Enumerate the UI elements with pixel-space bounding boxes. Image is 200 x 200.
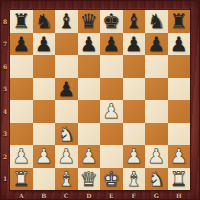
piece-white-pawn[interactable]: ♟ [80, 146, 98, 166]
square-e8[interactable]: ♚ [100, 10, 123, 33]
file-label-b: B [33, 190, 56, 200]
square-g7[interactable]: ♟ [145, 33, 168, 56]
piece-white-pawn[interactable]: ♟ [57, 146, 75, 166]
square-a5[interactable] [10, 78, 33, 101]
rank-label-8: 8 [0, 10, 10, 33]
square-b2[interactable]: ♟ [33, 145, 56, 168]
square-b6[interactable] [33, 55, 56, 78]
file-label-h: H [168, 190, 191, 200]
square-d5[interactable] [78, 78, 101, 101]
piece-white-pawn[interactable]: ♟ [102, 101, 120, 121]
piece-black-pawn[interactable]: ♟ [57, 78, 75, 98]
rank-label-2: 2 [0, 145, 10, 168]
square-d4[interactable] [78, 100, 101, 123]
piece-white-pawn[interactable]: ♟ [147, 146, 165, 166]
square-c5[interactable]: ♟ [55, 78, 78, 101]
square-c4[interactable] [55, 100, 78, 123]
square-h6[interactable] [168, 55, 191, 78]
piece-black-bishop[interactable]: ♝ [125, 11, 143, 31]
piece-white-pawn[interactable]: ♟ [125, 146, 143, 166]
piece-black-bishop[interactable]: ♝ [57, 11, 75, 31]
piece-white-pawn[interactable]: ♟ [35, 146, 53, 166]
piece-black-knight[interactable]: ♞ [147, 11, 165, 31]
file-label-f: F [123, 190, 146, 200]
square-g5[interactable] [145, 78, 168, 101]
square-d6[interactable] [78, 55, 101, 78]
square-e5[interactable] [100, 78, 123, 101]
square-h4[interactable] [168, 100, 191, 123]
square-f3[interactable] [123, 123, 146, 146]
square-h5[interactable] [168, 78, 191, 101]
square-b1[interactable] [33, 168, 56, 191]
rank-coordinates: 87654321 [0, 10, 10, 190]
square-e7[interactable]: ♟ [100, 33, 123, 56]
square-d8[interactable]: ♛ [78, 10, 101, 33]
rank-label-3: 3 [0, 123, 10, 146]
file-label-d: D [78, 190, 101, 200]
square-b7[interactable]: ♟ [33, 33, 56, 56]
file-coordinates: ABCDEFGH [10, 190, 190, 200]
piece-black-rook[interactable]: ♜ [170, 11, 188, 31]
piece-white-pawn[interactable]: ♟ [170, 146, 188, 166]
square-f1[interactable]: ♝ [123, 168, 146, 191]
square-a8[interactable]: ♜ [10, 10, 33, 33]
square-b4[interactable] [33, 100, 56, 123]
piece-white-knight[interactable]: ♞ [147, 168, 165, 188]
square-e1[interactable]: ♚ [100, 168, 123, 191]
square-a7[interactable]: ♟ [10, 33, 33, 56]
rank-label-7: 7 [0, 33, 10, 56]
square-g1[interactable]: ♞ [145, 168, 168, 191]
square-f7[interactable]: ♟ [123, 33, 146, 56]
square-e2[interactable] [100, 145, 123, 168]
piece-black-queen[interactable]: ♛ [80, 11, 98, 31]
square-f6[interactable] [123, 55, 146, 78]
square-h3[interactable] [168, 123, 191, 146]
square-g3[interactable] [145, 123, 168, 146]
square-b8[interactable]: ♞ [33, 10, 56, 33]
piece-white-rook[interactable]: ♜ [170, 168, 188, 188]
piece-white-bishop[interactable]: ♝ [57, 168, 75, 188]
square-e6[interactable] [100, 55, 123, 78]
piece-black-pawn[interactable]: ♟ [12, 33, 30, 53]
square-g2[interactable]: ♟ [145, 145, 168, 168]
piece-white-knight[interactable]: ♞ [57, 123, 75, 143]
piece-white-bishop[interactable]: ♝ [125, 168, 143, 188]
square-a1[interactable]: ♜ [10, 168, 33, 191]
piece-black-pawn[interactable]: ♟ [170, 33, 188, 53]
piece-black-king[interactable]: ♚ [102, 11, 120, 31]
piece-white-rook[interactable]: ♜ [12, 168, 30, 188]
piece-black-pawn[interactable]: ♟ [125, 33, 143, 53]
square-g6[interactable] [145, 55, 168, 78]
piece-black-pawn[interactable]: ♟ [102, 33, 120, 53]
square-e4[interactable]: ♟ [100, 100, 123, 123]
rank-label-5: 5 [0, 78, 10, 101]
square-a3[interactable] [10, 123, 33, 146]
square-c8[interactable]: ♝ [55, 10, 78, 33]
square-b3[interactable] [33, 123, 56, 146]
square-g8[interactable]: ♞ [145, 10, 168, 33]
rank-label-1: 1 [0, 168, 10, 191]
square-b5[interactable] [33, 78, 56, 101]
square-f8[interactable]: ♝ [123, 10, 146, 33]
rank-label-6: 6 [0, 55, 10, 78]
piece-black-rook[interactable]: ♜ [12, 11, 30, 31]
piece-black-pawn[interactable]: ♟ [35, 33, 53, 53]
rank-label-4: 4 [0, 100, 10, 123]
square-d2[interactable]: ♟ [78, 145, 101, 168]
square-g4[interactable] [145, 100, 168, 123]
square-h2[interactable]: ♟ [168, 145, 191, 168]
square-c6[interactable] [55, 55, 78, 78]
chess-board-frame: ♜♞♝♛♚♝♞♜♟♟♟♟♟♟♟♟♟♞♟♟♟♟♟♟♟♜♝♛♚♝♞♜ 8765432… [0, 0, 200, 200]
square-f5[interactable] [123, 78, 146, 101]
square-f2[interactable]: ♟ [123, 145, 146, 168]
square-h8[interactable]: ♜ [168, 10, 191, 33]
square-f4[interactable] [123, 100, 146, 123]
file-label-g: G [145, 190, 168, 200]
square-a2[interactable]: ♟ [10, 145, 33, 168]
square-c7[interactable] [55, 33, 78, 56]
square-h7[interactable]: ♟ [168, 33, 191, 56]
square-a6[interactable] [10, 55, 33, 78]
file-label-a: A [10, 190, 33, 200]
piece-black-pawn[interactable]: ♟ [80, 33, 98, 53]
file-label-c: C [55, 190, 78, 200]
file-label-e: E [100, 190, 123, 200]
piece-black-pawn[interactable]: ♟ [147, 33, 165, 53]
square-a4[interactable] [10, 100, 33, 123]
square-c3[interactable]: ♞ [55, 123, 78, 146]
chess-board: ♜♞♝♛♚♝♞♜♟♟♟♟♟♟♟♟♟♞♟♟♟♟♟♟♟♜♝♛♚♝♞♜ [10, 10, 190, 190]
square-e3[interactable] [100, 123, 123, 146]
piece-black-knight[interactable]: ♞ [35, 11, 53, 31]
square-c2[interactable]: ♟ [55, 145, 78, 168]
square-h1[interactable]: ♜ [168, 168, 191, 191]
square-d1[interactable]: ♛ [78, 168, 101, 191]
square-c1[interactable]: ♝ [55, 168, 78, 191]
square-d7[interactable]: ♟ [78, 33, 101, 56]
piece-white-queen[interactable]: ♛ [80, 168, 98, 188]
square-d3[interactable] [78, 123, 101, 146]
piece-white-king[interactable]: ♚ [102, 168, 120, 188]
piece-white-pawn[interactable]: ♟ [12, 146, 30, 166]
